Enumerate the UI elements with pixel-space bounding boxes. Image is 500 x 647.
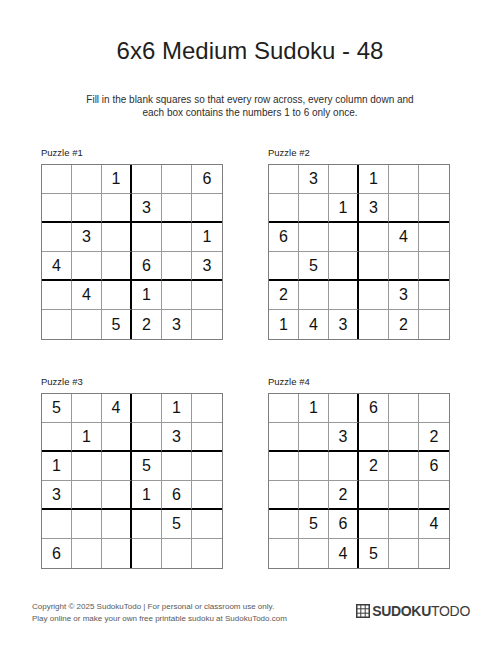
puzzle2-cell-r2c2	[299, 194, 329, 223]
puzzle1-cell-r2c2	[72, 194, 102, 223]
puzzle4-cell-r4c3: 2	[329, 481, 359, 510]
puzzle1-cell-r5c1	[42, 281, 72, 310]
puzzle1-cell-r5c6	[192, 281, 222, 310]
puzzle2-cell-r5c6	[419, 281, 449, 310]
puzzle1-cell-r4c6: 3	[192, 252, 222, 281]
puzzle4-cell-r6c6	[419, 539, 449, 568]
puzzle-grid-4: 163226256445	[268, 393, 450, 569]
puzzle3-cell-r2c4	[132, 423, 162, 452]
puzzle1-cell-r1c4	[132, 165, 162, 194]
puzzle3-cell-r1c1: 5	[42, 394, 72, 423]
puzzle3-cell-r2c6	[192, 423, 222, 452]
puzzle3-cell-r2c5: 3	[162, 423, 192, 452]
logo-text-sudoku: SUDOKU	[372, 603, 431, 619]
puzzle2-cell-r6c6	[419, 310, 449, 339]
puzzle3-cell-r6c4	[132, 539, 162, 568]
puzzle4-cell-r3c1	[269, 452, 299, 481]
logo-text: SUDOKUTODO	[372, 603, 470, 619]
puzzle3-cell-r5c2	[72, 510, 102, 539]
puzzle3-cell-r1c3: 4	[102, 394, 132, 423]
footer-copyright-line: Copyright © 2025 SudokuTodo | For person…	[32, 601, 287, 613]
puzzle4-cell-r1c6	[419, 394, 449, 423]
puzzle4-cell-r5c2: 5	[299, 510, 329, 539]
puzzle2-cell-r3c2	[299, 223, 329, 252]
puzzle4-cell-r2c1	[269, 423, 299, 452]
puzzle4-cell-r4c4	[359, 481, 389, 510]
puzzle-3-label: Puzzle #3	[41, 376, 223, 388]
puzzle3-cell-r2c1	[42, 423, 72, 452]
puzzle-4: Puzzle #4 163226256445	[268, 376, 450, 569]
puzzle1-cell-r4c1: 4	[42, 252, 72, 281]
sudokutodo-logo: SUDOKUTODO	[356, 603, 470, 619]
puzzle2-cell-r1c4: 1	[359, 165, 389, 194]
puzzle3-cell-r1c2	[72, 394, 102, 423]
puzzle4-cell-r6c4: 5	[359, 539, 389, 568]
puzzle2-cell-r3c1: 6	[269, 223, 299, 252]
puzzle1-cell-r6c4: 2	[132, 310, 162, 339]
puzzle2-cell-r2c3: 1	[329, 194, 359, 223]
puzzle4-cell-r1c3	[329, 394, 359, 423]
puzzle2-cell-r4c5	[389, 252, 419, 281]
puzzle4-cell-r4c2	[299, 481, 329, 510]
puzzle3-cell-r5c1	[42, 510, 72, 539]
puzzle4-cell-r3c2	[299, 452, 329, 481]
puzzle3-cell-r1c5: 1	[162, 394, 192, 423]
puzzle1-cell-r1c5	[162, 165, 192, 194]
puzzle3-cell-r4c3	[102, 481, 132, 510]
puzzle1-cell-r3c6: 1	[192, 223, 222, 252]
puzzle1-cell-r1c6: 6	[192, 165, 222, 194]
puzzle1-cell-r5c3	[102, 281, 132, 310]
puzzle4-cell-r2c2	[299, 423, 329, 452]
puzzle1-cell-r3c2: 3	[72, 223, 102, 252]
puzzle2-cell-r5c4	[359, 281, 389, 310]
puzzle2-cell-r1c6	[419, 165, 449, 194]
puzzle2-cell-r1c2: 3	[299, 165, 329, 194]
grid-icon	[356, 604, 370, 618]
puzzle3-cell-r1c6	[192, 394, 222, 423]
puzzle1-cell-r1c3: 1	[102, 165, 132, 194]
puzzle4-cell-r1c2: 1	[299, 394, 329, 423]
puzzle1-cell-r6c3: 5	[102, 310, 132, 339]
puzzle1-cell-r5c2: 4	[72, 281, 102, 310]
puzzle4-cell-r2c6: 2	[419, 423, 449, 452]
puzzle2-cell-r6c5: 2	[389, 310, 419, 339]
puzzle3-cell-r3c6	[192, 452, 222, 481]
puzzle1-cell-r4c5	[162, 252, 192, 281]
puzzle4-cell-r2c4	[359, 423, 389, 452]
puzzle1-cell-r6c5: 3	[162, 310, 192, 339]
puzzle1-cell-r5c4: 1	[132, 281, 162, 310]
puzzle1-cell-r2c1	[42, 194, 72, 223]
puzzle3-cell-r4c1: 3	[42, 481, 72, 510]
puzzle-grid-1: 1633146341523	[41, 164, 223, 340]
puzzle1-cell-r4c3	[102, 252, 132, 281]
puzzle4-cell-r1c5	[389, 394, 419, 423]
puzzle2-cell-r6c1: 1	[269, 310, 299, 339]
puzzle1-cell-r2c4: 3	[132, 194, 162, 223]
puzzle-2-label: Puzzle #2	[268, 147, 450, 159]
puzzle2-cell-r3c5: 4	[389, 223, 419, 252]
page-title: 6x6 Medium Sudoku - 48	[0, 37, 500, 65]
puzzle4-cell-r4c6	[419, 481, 449, 510]
puzzle1-cell-r3c5	[162, 223, 192, 252]
puzzle2-cell-r5c1: 2	[269, 281, 299, 310]
puzzle1-cell-r6c6	[192, 310, 222, 339]
puzzle4-cell-r5c3: 6	[329, 510, 359, 539]
puzzle2-cell-r3c4	[359, 223, 389, 252]
puzzle1-cell-r1c2	[72, 165, 102, 194]
puzzle2-cell-r4c3	[329, 252, 359, 281]
puzzle2-cell-r5c2	[299, 281, 329, 310]
puzzle3-cell-r3c2	[72, 452, 102, 481]
puzzle1-cell-r4c2	[72, 252, 102, 281]
puzzle3-cell-r6c2	[72, 539, 102, 568]
puzzle4-cell-r3c5	[389, 452, 419, 481]
puzzle2-cell-r1c1	[269, 165, 299, 194]
puzzle4-cell-r4c1	[269, 481, 299, 510]
puzzle-2: Puzzle #2 3113645231432	[268, 147, 450, 340]
instructions-line1: Fill in the blank squares so that every …	[86, 94, 413, 105]
puzzle2-cell-r4c4	[359, 252, 389, 281]
instructions: Fill in the blank squares so that every …	[0, 94, 500, 119]
puzzle1-cell-r1c1	[42, 165, 72, 194]
logo-text-todo: TODO	[431, 603, 470, 619]
puzzle3-cell-r6c1: 6	[42, 539, 72, 568]
puzzle2-cell-r6c4	[359, 310, 389, 339]
puzzle4-cell-r3c6: 6	[419, 452, 449, 481]
puzzle2-cell-r1c3	[329, 165, 359, 194]
puzzle4-cell-r6c5	[389, 539, 419, 568]
puzzle-4-label: Puzzle #4	[268, 376, 450, 388]
puzzle4-cell-r5c5	[389, 510, 419, 539]
puzzle1-cell-r2c6	[192, 194, 222, 223]
puzzle-grid-3: 541131531656	[41, 393, 223, 569]
puzzle4-cell-r3c4: 2	[359, 452, 389, 481]
puzzle1-cell-r2c3	[102, 194, 132, 223]
puzzle4-cell-r2c3: 3	[329, 423, 359, 452]
puzzle4-cell-r1c1	[269, 394, 299, 423]
puzzle1-cell-r3c4	[132, 223, 162, 252]
puzzle2-cell-r3c3	[329, 223, 359, 252]
puzzle2-cell-r3c6	[419, 223, 449, 252]
puzzle2-cell-r4c2: 5	[299, 252, 329, 281]
puzzle2-cell-r5c3	[329, 281, 359, 310]
puzzle3-cell-r1c4	[132, 394, 162, 423]
footer-text: Copyright © 2025 SudokuTodo | For person…	[32, 601, 287, 624]
puzzle4-cell-r2c5	[389, 423, 419, 452]
puzzle3-cell-r6c6	[192, 539, 222, 568]
puzzle3-cell-r4c2	[72, 481, 102, 510]
footer-tagline-line: Play online or make your own free printa…	[32, 613, 287, 625]
puzzle4-cell-r5c4	[359, 510, 389, 539]
puzzle3-cell-r4c5: 6	[162, 481, 192, 510]
puzzle2-cell-r1c5	[389, 165, 419, 194]
puzzle3-cell-r3c4: 5	[132, 452, 162, 481]
puzzle1-cell-r3c3	[102, 223, 132, 252]
puzzle2-cell-r6c3: 3	[329, 310, 359, 339]
puzzle2-cell-r5c5: 3	[389, 281, 419, 310]
puzzle2-cell-r4c6	[419, 252, 449, 281]
puzzle3-cell-r5c3	[102, 510, 132, 539]
puzzle2-cell-r2c5	[389, 194, 419, 223]
puzzle3-cell-r4c4: 1	[132, 481, 162, 510]
printable-sudoku-page: 6x6 Medium Sudoku - 48 Fill in the blank…	[0, 0, 500, 647]
puzzle3-cell-r5c6	[192, 510, 222, 539]
instructions-line2: each box contains the numbers 1 to 6 onl…	[142, 107, 357, 118]
puzzle4-cell-r5c6: 4	[419, 510, 449, 539]
puzzle1-cell-r5c5	[162, 281, 192, 310]
puzzle4-cell-r4c5	[389, 481, 419, 510]
puzzle2-cell-r4c1	[269, 252, 299, 281]
puzzle4-cell-r6c2	[299, 539, 329, 568]
puzzle1-cell-r2c5	[162, 194, 192, 223]
puzzle1-cell-r6c1	[42, 310, 72, 339]
puzzle3-cell-r6c3	[102, 539, 132, 568]
puzzle1-cell-r6c2	[72, 310, 102, 339]
puzzle1-cell-r4c4: 6	[132, 252, 162, 281]
puzzle3-cell-r3c1: 1	[42, 452, 72, 481]
puzzle3-cell-r3c3	[102, 452, 132, 481]
puzzle4-cell-r6c1	[269, 539, 299, 568]
puzzle2-cell-r6c2: 4	[299, 310, 329, 339]
puzzle4-cell-r3c3	[329, 452, 359, 481]
puzzle4-cell-r5c1	[269, 510, 299, 539]
puzzle2-cell-r2c6	[419, 194, 449, 223]
puzzle3-cell-r5c5: 5	[162, 510, 192, 539]
puzzle3-cell-r6c5	[162, 539, 192, 568]
puzzle3-cell-r5c4	[132, 510, 162, 539]
puzzle3-cell-r4c6	[192, 481, 222, 510]
puzzle4-cell-r1c4: 6	[359, 394, 389, 423]
puzzle3-cell-r2c2: 1	[72, 423, 102, 452]
puzzle1-cell-r3c1	[42, 223, 72, 252]
puzzle3-cell-r2c3	[102, 423, 132, 452]
puzzle-grid-2: 3113645231432	[268, 164, 450, 340]
puzzle-1-label: Puzzle #1	[41, 147, 223, 159]
puzzle3-cell-r3c5	[162, 452, 192, 481]
puzzle2-cell-r2c1	[269, 194, 299, 223]
puzzle-1: Puzzle #1 1633146341523	[41, 147, 223, 340]
puzzle-3: Puzzle #3 541131531656	[41, 376, 223, 569]
puzzle4-cell-r6c3: 4	[329, 539, 359, 568]
puzzle2-cell-r2c4: 3	[359, 194, 389, 223]
